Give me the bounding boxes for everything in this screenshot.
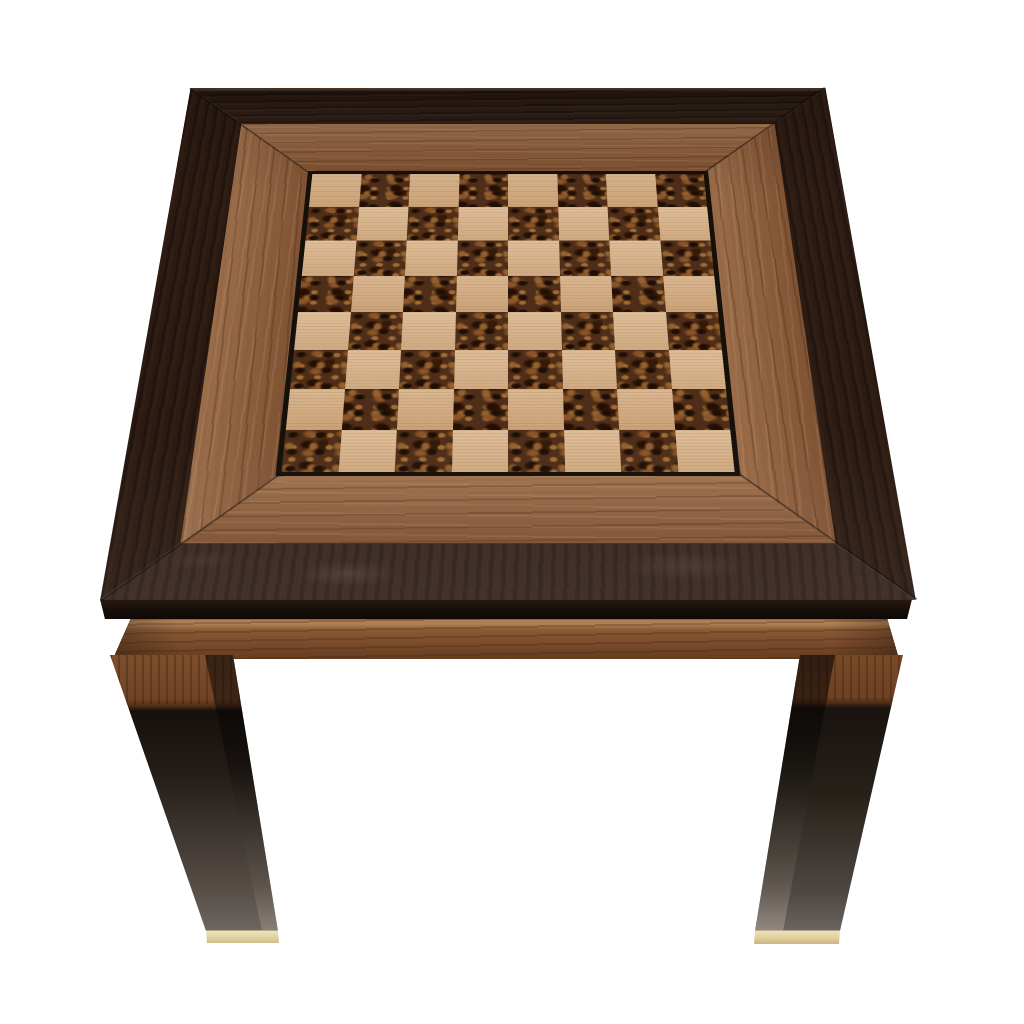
- square-h2: [671, 389, 730, 430]
- square-a8: [309, 174, 361, 207]
- square-h6: [660, 241, 714, 276]
- square-h4: [666, 312, 722, 350]
- square-d3: [454, 350, 508, 389]
- square-e4: [508, 312, 561, 350]
- square-f5: [560, 276, 613, 312]
- square-c7: [407, 207, 459, 241]
- square-c4: [401, 312, 455, 350]
- tabletop-front-edge: [92, 598, 920, 620]
- square-c6: [405, 241, 457, 276]
- square-a6: [302, 241, 356, 276]
- square-f1: [564, 430, 622, 472]
- square-f6: [559, 241, 611, 276]
- square-a7: [305, 207, 358, 241]
- square-a3: [290, 350, 348, 389]
- walnut-frame-top: [235, 124, 782, 171]
- square-e6: [508, 241, 560, 276]
- table-apron: [108, 615, 902, 660]
- square-c1: [395, 430, 453, 472]
- walnut-frame-bottom: [180, 476, 835, 543]
- square-c3: [399, 350, 455, 389]
- square-b1: [338, 430, 397, 472]
- square-b6: [353, 241, 406, 276]
- square-c2: [397, 389, 454, 430]
- square-e8: [508, 174, 558, 207]
- square-d6: [456, 241, 508, 276]
- square-g8: [606, 174, 657, 207]
- square-g1: [619, 430, 678, 472]
- square-a1: [281, 430, 341, 472]
- ebonized-frame-top: [184, 88, 832, 124]
- square-b7: [356, 207, 408, 241]
- square-g3: [615, 350, 672, 389]
- square-f4: [561, 312, 615, 350]
- square-h1: [675, 430, 735, 472]
- square-e7: [508, 207, 559, 241]
- square-a4: [294, 312, 350, 350]
- square-d7: [457, 207, 508, 241]
- square-e1: [508, 430, 565, 472]
- square-e2: [508, 389, 564, 430]
- square-d8: [458, 174, 508, 207]
- square-b2: [341, 389, 399, 430]
- chessboard: [281, 174, 734, 472]
- square-g4: [613, 312, 668, 350]
- square-h5: [663, 276, 718, 312]
- square-g6: [609, 241, 662, 276]
- square-h3: [668, 350, 726, 389]
- ebonized-frame-bottom: [100, 543, 916, 600]
- square-g5: [611, 276, 665, 312]
- chessboard-border: [276, 171, 741, 476]
- square-d2: [452, 389, 508, 430]
- square-d4: [455, 312, 508, 350]
- square-e3: [508, 350, 562, 389]
- square-d5: [456, 276, 509, 312]
- square-f2: [562, 389, 619, 430]
- square-b5: [351, 276, 405, 312]
- square-g2: [617, 389, 675, 430]
- square-g7: [608, 207, 660, 241]
- square-c8: [408, 174, 459, 207]
- square-d1: [451, 430, 508, 472]
- square-b3: [345, 350, 402, 389]
- square-b8: [359, 174, 410, 207]
- square-a5: [298, 276, 353, 312]
- square-a2: [286, 389, 345, 430]
- tabletop: [100, 88, 916, 600]
- square-h7: [657, 207, 710, 241]
- square-h8: [655, 174, 707, 207]
- square-b4: [348, 312, 403, 350]
- square-c5: [403, 276, 456, 312]
- square-e5: [508, 276, 561, 312]
- square-f8: [557, 174, 608, 207]
- square-f7: [558, 207, 610, 241]
- photo-background: [0, 0, 1024, 1024]
- square-f3: [561, 350, 617, 389]
